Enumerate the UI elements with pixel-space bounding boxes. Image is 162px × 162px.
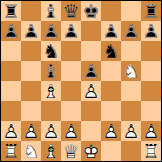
square-b3[interactable] <box>21 101 41 121</box>
piece-outline-glyph: ♘ <box>101 41 121 61</box>
square-g5[interactable]: ♞♘ <box>121 61 141 81</box>
square-e1[interactable]: ♚♔ <box>81 141 101 161</box>
black-pawn-piece[interactable]: ♟♙ <box>1 21 21 41</box>
piece-outline-glyph: ♙ <box>81 81 101 101</box>
piece-outline-glyph: ♗ <box>41 81 61 101</box>
piece-fill-glyph: ♝ <box>41 81 61 101</box>
white-queen-piece[interactable]: ♛♕ <box>61 141 81 161</box>
piece-outline-glyph: ♔ <box>81 1 101 21</box>
piece-outline-glyph: ♙ <box>121 121 141 141</box>
square-a6[interactable] <box>1 41 21 61</box>
square-a7[interactable]: ♟♙ <box>1 21 21 41</box>
square-g8[interactable] <box>121 1 141 21</box>
square-f1[interactable] <box>101 141 121 161</box>
piece-fill-glyph: ♞ <box>121 61 141 81</box>
square-d7[interactable]: ♟♙ <box>61 21 81 41</box>
piece-fill-glyph: ♟ <box>121 21 141 41</box>
square-c2[interactable]: ♟♙ <box>41 121 61 141</box>
square-c7[interactable]: ♟♙ <box>41 21 61 41</box>
white-pawn-piece[interactable]: ♟♙ <box>1 121 21 141</box>
square-d4[interactable] <box>61 81 81 101</box>
piece-outline-glyph: ♘ <box>121 61 141 81</box>
piece-fill-glyph: ♛ <box>61 141 81 161</box>
square-a3[interactable] <box>1 101 21 121</box>
piece-fill-glyph: ♟ <box>81 61 101 81</box>
square-e5[interactable]: ♟♙ <box>81 61 101 81</box>
black-pawn-piece[interactable]: ♟♙ <box>101 21 121 41</box>
square-d8[interactable]: ♛♕ <box>61 1 81 21</box>
piece-outline-glyph: ♔ <box>81 141 101 161</box>
square-d6[interactable] <box>61 41 81 61</box>
piece-outline-glyph: ♕ <box>61 1 81 21</box>
square-f3[interactable] <box>101 101 121 121</box>
black-bishop-piece[interactable]: ♝♗ <box>41 1 61 21</box>
square-b6[interactable] <box>21 41 41 61</box>
square-f2[interactable]: ♟♙ <box>101 121 121 141</box>
piece-outline-glyph: ♖ <box>141 1 161 21</box>
piece-fill-glyph: ♟ <box>1 21 21 41</box>
piece-outline-glyph: ♙ <box>41 21 61 41</box>
white-pawn-piece[interactable]: ♟♙ <box>121 121 141 141</box>
square-c3[interactable] <box>41 101 61 121</box>
black-bishop-piece[interactable]: ♝♗ <box>41 61 61 81</box>
square-g4[interactable] <box>121 81 141 101</box>
piece-fill-glyph: ♟ <box>141 121 161 141</box>
square-f6[interactable]: ♞♘ <box>101 41 121 61</box>
white-pawn-piece[interactable]: ♟♙ <box>61 121 81 141</box>
piece-fill-glyph: ♟ <box>1 121 21 141</box>
square-a5[interactable] <box>1 61 21 81</box>
black-rook-piece[interactable]: ♜♖ <box>141 1 161 21</box>
piece-fill-glyph: ♛ <box>61 1 81 21</box>
piece-fill-glyph: ♚ <box>81 1 101 21</box>
square-h6[interactable] <box>141 41 161 61</box>
piece-fill-glyph: ♟ <box>21 121 41 141</box>
piece-fill-glyph: ♟ <box>41 121 61 141</box>
chess-board: ♜♖♝♗♛♕♚♔♜♖♟♙♟♙♟♙♟♙♟♙♟♙♟♙♞♘♞♘♝♗♟♙♞♘♝♗♟♙♟♙… <box>0 0 162 162</box>
piece-outline-glyph: ♙ <box>81 61 101 81</box>
piece-outline-glyph: ♙ <box>1 121 21 141</box>
white-rook-piece[interactable]: ♜♖ <box>141 141 161 161</box>
square-b4[interactable] <box>21 81 41 101</box>
square-b8[interactable] <box>21 1 41 21</box>
piece-outline-glyph: ♙ <box>141 121 161 141</box>
square-h7[interactable]: ♟♙ <box>141 21 161 41</box>
square-c6[interactable]: ♞♘ <box>41 41 61 61</box>
black-pawn-piece[interactable]: ♟♙ <box>141 21 161 41</box>
black-rook-piece[interactable]: ♜♖ <box>1 1 21 21</box>
square-a1[interactable]: ♜♖ <box>1 141 21 161</box>
white-pawn-piece[interactable]: ♟♙ <box>141 121 161 141</box>
piece-outline-glyph: ♘ <box>41 41 61 61</box>
square-c1[interactable]: ♝♗ <box>41 141 61 161</box>
square-d1[interactable]: ♛♕ <box>61 141 81 161</box>
square-c8[interactable]: ♝♗ <box>41 1 61 21</box>
piece-fill-glyph: ♚ <box>81 141 101 161</box>
piece-outline-glyph: ♙ <box>21 121 41 141</box>
piece-outline-glyph: ♖ <box>1 141 21 161</box>
black-pawn-piece[interactable]: ♟♙ <box>81 61 101 81</box>
piece-outline-glyph: ♙ <box>21 21 41 41</box>
square-h5[interactable] <box>141 61 161 81</box>
piece-outline-glyph: ♙ <box>61 121 81 141</box>
square-e7[interactable] <box>81 21 101 41</box>
piece-outline-glyph: ♙ <box>61 21 81 41</box>
piece-fill-glyph: ♟ <box>61 21 81 41</box>
piece-outline-glyph: ♙ <box>101 121 121 141</box>
square-g3[interactable] <box>121 101 141 121</box>
square-h2[interactable]: ♟♙ <box>141 121 161 141</box>
piece-outline-glyph: ♙ <box>41 121 61 141</box>
piece-fill-glyph: ♞ <box>101 41 121 61</box>
piece-fill-glyph: ♝ <box>41 61 61 81</box>
white-rook-piece[interactable]: ♜♖ <box>1 141 21 161</box>
piece-outline-glyph: ♖ <box>1 1 21 21</box>
piece-outline-glyph: ♖ <box>141 141 161 161</box>
piece-outline-glyph: ♗ <box>41 61 61 81</box>
piece-fill-glyph: ♝ <box>41 141 61 161</box>
black-knight-piece[interactable]: ♞♘ <box>41 41 61 61</box>
piece-outline-glyph: ♙ <box>1 21 21 41</box>
black-knight-piece[interactable]: ♞♘ <box>101 41 121 61</box>
white-pawn-piece[interactable]: ♟♙ <box>41 121 61 141</box>
square-b2[interactable]: ♟♙ <box>21 121 41 141</box>
black-queen-piece[interactable]: ♛♕ <box>61 1 81 21</box>
square-b5[interactable] <box>21 61 41 81</box>
white-knight-piece[interactable]: ♞♘ <box>21 141 41 161</box>
piece-outline-glyph: ♙ <box>121 21 141 41</box>
black-pawn-piece[interactable]: ♟♙ <box>121 21 141 41</box>
white-pawn-piece[interactable]: ♟♙ <box>101 121 121 141</box>
square-f8[interactable] <box>101 1 121 21</box>
piece-fill-glyph: ♜ <box>141 141 161 161</box>
white-bishop-piece[interactable]: ♝♗ <box>41 141 61 161</box>
white-knight-piece[interactable]: ♞♘ <box>121 61 141 81</box>
square-g7[interactable]: ♟♙ <box>121 21 141 41</box>
piece-fill-glyph: ♟ <box>61 121 81 141</box>
piece-fill-glyph: ♟ <box>81 81 101 101</box>
square-f5[interactable] <box>101 61 121 81</box>
square-b1[interactable]: ♞♘ <box>21 141 41 161</box>
black-pawn-piece[interactable]: ♟♙ <box>21 21 41 41</box>
square-h4[interactable] <box>141 81 161 101</box>
white-king-piece[interactable]: ♚♔ <box>81 141 101 161</box>
piece-outline-glyph: ♙ <box>141 21 161 41</box>
piece-fill-glyph: ♞ <box>21 141 41 161</box>
piece-fill-glyph: ♝ <box>41 1 61 21</box>
square-h1[interactable]: ♜♖ <box>141 141 161 161</box>
square-g2[interactable]: ♟♙ <box>121 121 141 141</box>
square-g6[interactable] <box>121 41 141 61</box>
piece-fill-glyph: ♟ <box>121 121 141 141</box>
square-a8[interactable]: ♜♖ <box>1 1 21 21</box>
black-pawn-piece[interactable]: ♟♙ <box>41 21 61 41</box>
piece-outline-glyph: ♕ <box>61 141 81 161</box>
square-f7[interactable]: ♟♙ <box>101 21 121 41</box>
white-bishop-piece[interactable]: ♝♗ <box>41 81 61 101</box>
white-pawn-piece[interactable]: ♟♙ <box>81 81 101 101</box>
piece-outline-glyph: ♙ <box>101 21 121 41</box>
square-b7[interactable]: ♟♙ <box>21 21 41 41</box>
square-e2[interactable] <box>81 121 101 141</box>
square-d5[interactable] <box>61 61 81 81</box>
square-h3[interactable] <box>141 101 161 121</box>
piece-fill-glyph: ♜ <box>141 1 161 21</box>
square-e3[interactable] <box>81 101 101 121</box>
black-king-piece[interactable]: ♚♔ <box>81 1 101 21</box>
piece-fill-glyph: ♟ <box>141 21 161 41</box>
square-h8[interactable]: ♜♖ <box>141 1 161 21</box>
square-d2[interactable]: ♟♙ <box>61 121 81 141</box>
piece-fill-glyph: ♟ <box>101 121 121 141</box>
piece-fill-glyph: ♜ <box>1 1 21 21</box>
piece-fill-glyph: ♟ <box>101 21 121 41</box>
black-pawn-piece[interactable]: ♟♙ <box>61 21 81 41</box>
piece-outline-glyph: ♘ <box>21 141 41 161</box>
square-d3[interactable] <box>61 101 81 121</box>
square-g1[interactable] <box>121 141 141 161</box>
square-e8[interactable]: ♚♔ <box>81 1 101 21</box>
piece-fill-glyph: ♜ <box>1 141 21 161</box>
piece-outline-glyph: ♗ <box>41 1 61 21</box>
square-f4[interactable] <box>101 81 121 101</box>
piece-fill-glyph: ♟ <box>21 21 41 41</box>
piece-fill-glyph: ♟ <box>41 21 61 41</box>
square-e6[interactable] <box>81 41 101 61</box>
square-a2[interactable]: ♟♙ <box>1 121 21 141</box>
square-a4[interactable] <box>1 81 21 101</box>
piece-fill-glyph: ♞ <box>41 41 61 61</box>
square-c4[interactable]: ♝♗ <box>41 81 61 101</box>
white-pawn-piece[interactable]: ♟♙ <box>21 121 41 141</box>
square-c5[interactable]: ♝♗ <box>41 61 61 81</box>
square-e4[interactable]: ♟♙ <box>81 81 101 101</box>
piece-outline-glyph: ♗ <box>41 141 61 161</box>
